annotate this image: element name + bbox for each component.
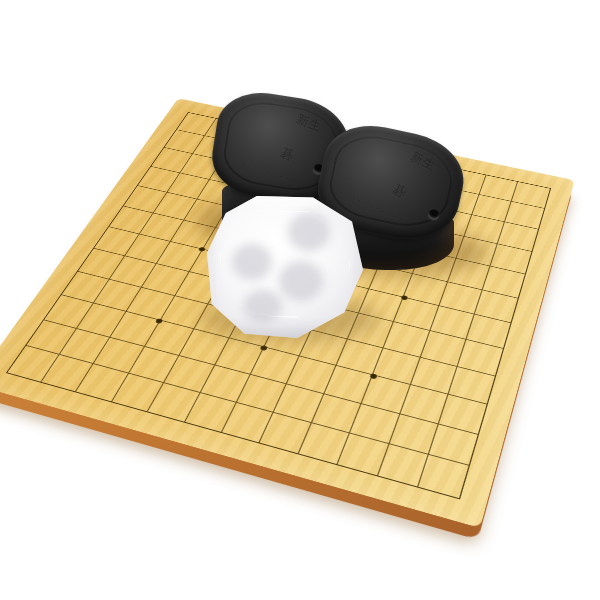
intersection-13-8[interactable] <box>481 332 526 368</box>
star-point-10-7 <box>400 295 408 301</box>
grid-cell <box>94 338 145 374</box>
grid-cell <box>429 424 479 466</box>
intersection-12-8[interactable] <box>444 323 490 358</box>
intersection-10-9[interactable] <box>360 331 407 367</box>
grid-cell <box>274 384 324 423</box>
grid-cell <box>400 385 448 424</box>
grid-cell <box>324 366 373 404</box>
grid-cell <box>287 357 336 394</box>
grid-cell <box>410 357 457 394</box>
grid-cell <box>439 395 487 435</box>
intersection-10-7[interactable] <box>382 281 427 314</box>
grid-cell <box>145 321 195 356</box>
product-photo-scene: 新生 碁 ・・・・・・・・・ 新生 碁 ・・・・・・・・・ <box>0 0 600 600</box>
intersection-5-11[interactable] <box>154 338 204 374</box>
intersection-12-10[interactable] <box>425 376 473 415</box>
grid-cell <box>362 375 411 413</box>
grid-cell <box>200 365 251 403</box>
intersection-10-11[interactable] <box>337 385 387 424</box>
intersection-3-11[interactable] <box>84 321 135 356</box>
grid-cell <box>61 271 110 303</box>
grid-cell <box>94 280 142 313</box>
intersection-10-13[interactable] <box>311 445 363 488</box>
grid-cell <box>394 298 439 332</box>
grid-cell <box>336 339 384 375</box>
intersection-11-13[interactable] <box>352 455 404 499</box>
star-point-4-10 <box>155 318 163 324</box>
intersection-6-12[interactable] <box>174 375 226 414</box>
grid-cell <box>298 423 350 465</box>
intersection-11-12[interactable] <box>364 424 415 466</box>
intersection-4-13[interactable] <box>84 383 137 422</box>
grid-cell <box>373 348 420 385</box>
intersection-2-13[interactable] <box>13 364 67 402</box>
grid-cell <box>251 347 300 384</box>
grid-cell <box>127 288 175 321</box>
intersection-11-7[interactable] <box>417 290 462 323</box>
grid-cell <box>457 340 503 376</box>
grid-cell <box>420 331 466 367</box>
grid-cell <box>418 455 469 499</box>
grid-cell <box>76 364 128 402</box>
intersection-2-12[interactable] <box>32 337 84 373</box>
intersection-7-11[interactable] <box>225 357 275 394</box>
grid-cell <box>111 312 161 347</box>
intersection-13-7[interactable] <box>490 307 534 341</box>
intersection-9-12[interactable] <box>286 404 337 445</box>
intersection-13-13[interactable] <box>434 478 486 524</box>
intersection-8-12[interactable] <box>248 394 299 434</box>
grid-cell <box>475 290 519 323</box>
intersection-13-12[interactable] <box>445 446 495 489</box>
grid-cell <box>222 403 274 443</box>
grid-cell <box>260 413 312 454</box>
intersection-7-12[interactable] <box>210 384 262 423</box>
grid-cell <box>185 393 237 433</box>
intersection-3-13[interactable] <box>48 374 102 413</box>
grid-cell <box>160 296 208 330</box>
grid-cell <box>164 356 215 393</box>
grid-cell <box>44 295 94 328</box>
intersection-8-10[interactable] <box>275 339 324 375</box>
grid-cell <box>26 320 77 355</box>
intersection-8-11[interactable] <box>262 366 312 404</box>
grid-cell <box>7 346 60 383</box>
intersection-4-10[interactable] <box>135 304 184 338</box>
intersection-11-8[interactable] <box>407 314 453 349</box>
grid-cell <box>338 434 389 476</box>
grid-cell <box>129 347 180 384</box>
intersection-11-10[interactable] <box>387 367 435 405</box>
grid-cell <box>430 306 475 340</box>
intersection-1-10[interactable] <box>35 279 85 312</box>
intersection-11-9[interactable] <box>397 340 444 376</box>
grid-cell <box>148 383 200 422</box>
intersection-9-11[interactable] <box>299 375 349 414</box>
grid-cell <box>41 355 94 392</box>
intersection-1-12[interactable] <box>0 328 50 364</box>
intersection-9-13[interactable] <box>272 434 325 477</box>
intersection-6-13[interactable] <box>157 403 210 443</box>
grid-cell <box>312 394 362 434</box>
intersection-4-11[interactable] <box>119 329 170 365</box>
intersection-10-10[interactable] <box>349 357 397 395</box>
intersection-12-6[interactable] <box>462 274 505 306</box>
intersection-10-12[interactable] <box>325 414 376 455</box>
intersection-8-13[interactable] <box>233 423 286 465</box>
grid-cell <box>350 404 400 444</box>
intersection-13-11[interactable] <box>454 415 503 456</box>
grid-cell <box>404 274 448 306</box>
intersection-2-11[interactable] <box>50 312 101 347</box>
intersection-12-7[interactable] <box>453 298 497 332</box>
intersection-6-11[interactable] <box>189 347 239 384</box>
intersection-13-10[interactable] <box>464 386 512 425</box>
intersection-3-12[interactable] <box>67 346 119 383</box>
intersection-12-13[interactable] <box>393 466 445 511</box>
intersection-11-11[interactable] <box>376 395 425 435</box>
grid-cell <box>378 444 429 487</box>
grid-cell <box>466 315 511 350</box>
intersection-1-11[interactable] <box>17 303 68 337</box>
intersection-12-9[interactable] <box>435 349 482 386</box>
intersection-3-10[interactable] <box>101 296 150 330</box>
star-point-10-10 <box>369 373 377 379</box>
grid-cell <box>439 282 483 315</box>
intersection-13-6[interactable] <box>497 282 540 315</box>
intersection-12-12[interactable] <box>404 435 455 478</box>
grid-cell <box>215 338 264 374</box>
intersection-3-9[interactable] <box>117 272 165 304</box>
intersection-5-13[interactable] <box>120 393 173 433</box>
grid-cell <box>77 304 127 338</box>
star-point-7-10 <box>260 345 268 351</box>
grid-cell <box>59 329 110 365</box>
stone-case-facet <box>219 210 350 318</box>
grid-cell <box>112 374 164 412</box>
grid-cell <box>180 329 229 365</box>
grid-cell <box>448 367 495 405</box>
intersection-5-12[interactable] <box>137 365 189 403</box>
intersection-4-9[interactable] <box>150 280 198 313</box>
grid-cell <box>384 322 430 357</box>
intersection-13-9[interactable] <box>473 358 519 396</box>
grid-cell <box>389 414 439 455</box>
intersection-12-11[interactable] <box>415 405 464 446</box>
intersection-2-10[interactable] <box>68 287 117 320</box>
intersection-4-12[interactable] <box>102 356 154 393</box>
grid-cell <box>237 375 287 413</box>
intersection-9-10[interactable] <box>312 348 360 385</box>
intersection-1-13[interactable] <box>0 355 32 392</box>
intersection-7-13[interactable] <box>195 413 248 454</box>
